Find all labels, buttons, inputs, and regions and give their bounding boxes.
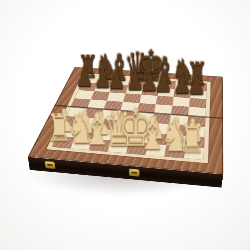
chess-set-photo: ♜♞♝♛♚♝♞♜♟♟♟♟♟♟♟♟♟♟♟♟♟♟♟♟♜♞♝♛♚♝♞♜: [0, 0, 250, 250]
board-squares: ♜♞♝♛♚♝♞♜♟♟♟♟♟♟♟♟♟♟♟♟♟♟♟♟♜♞♝♛♚♝♞♜: [46, 73, 210, 163]
brass-clasp-center: [129, 169, 139, 177]
hinge-seam-notch: [221, 118, 222, 132]
black-pawn: ♟: [154, 70, 173, 95]
black-pawn: ♟: [75, 65, 93, 89]
box-right-side: [221, 77, 223, 188]
square-h1: ♜: [183, 146, 203, 159]
chess-board: ♜♞♝♛♚♝♞♜♟♟♟♟♟♟♟♟♟♟♟♟♟♟♟♟♜♞♝♛♚♝♞♜: [28, 67, 223, 174]
brass-clasp-left: [45, 161, 56, 169]
black-pawn: ♟: [107, 67, 125, 91]
black-pawn: ♟: [187, 72, 206, 97]
white-rook: ♜: [179, 122, 206, 157]
